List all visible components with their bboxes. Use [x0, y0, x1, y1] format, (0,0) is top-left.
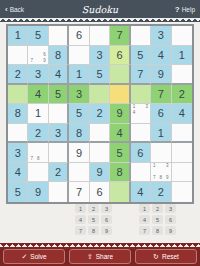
- page-title: Sudoku: [0, 4, 200, 15]
- solve-button[interactable]: ✓ Solve: [3, 249, 65, 264]
- cell-r9c1[interactable]: 5: [8, 182, 28, 202]
- cell-r9c7[interactable]: 4: [131, 182, 151, 202]
- cell-r1c9[interactable]: [172, 26, 192, 46]
- numpad-left-key-9[interactable]: 9: [101, 226, 112, 235]
- numpad-right-key-6[interactable]: 6: [165, 215, 176, 224]
- cell-r4c4[interactable]: 3: [69, 85, 89, 105]
- numpad-right-key-9[interactable]: 9: [165, 226, 176, 235]
- cell-r2c4[interactable]: [69, 46, 89, 66]
- cell-r5c4[interactable]: 5: [69, 104, 89, 124]
- numpad-right-key-4[interactable]: 4: [139, 215, 150, 224]
- cell-r1c8[interactable]: 3: [151, 26, 171, 46]
- help-label: Help: [182, 6, 195, 13]
- header-zigzag-edge: [0, 18, 200, 22]
- cell-r9c3[interactable]: [49, 182, 69, 202]
- cell-r7c5[interactable]: [90, 143, 110, 163]
- cell-r2c8[interactable]: 4: [151, 46, 171, 66]
- cell-r1c3[interactable]: [49, 26, 69, 46]
- numpad-right-key-2[interactable]: 2: [152, 204, 163, 213]
- cell-r9c5[interactable]: 6: [90, 182, 110, 202]
- pencil-marks: 679: [28, 46, 47, 65]
- cell-r5c8[interactable]: 6: [151, 104, 171, 124]
- cell-r3c4[interactable]: 1: [69, 65, 89, 85]
- numpad-right-key-7[interactable]: 7: [139, 226, 150, 235]
- cell-r7c9[interactable]: [172, 143, 192, 163]
- cell-r6c3[interactable]: 3: [49, 124, 69, 144]
- numpad-right: 123456789: [139, 204, 176, 235]
- numpad-right-key-8[interactable]: 8: [152, 226, 163, 235]
- cell-r4c3[interactable]: 5: [49, 85, 69, 105]
- cell-r5c3[interactable]: [49, 104, 69, 124]
- cell-r7c2[interactable]: 78: [28, 143, 48, 163]
- cell-r8c8[interactable]: 13789: [151, 163, 171, 183]
- cell-r5c7[interactable]: 134: [131, 104, 151, 124]
- cell-r6c7[interactable]: [131, 124, 151, 144]
- share-button[interactable]: ⇧ Share: [69, 249, 131, 264]
- cell-r6c6[interactable]: 4: [110, 124, 130, 144]
- reset-label: Reset: [162, 253, 179, 260]
- solve-label: Solve: [30, 253, 46, 260]
- cell-r6c9[interactable]: [172, 124, 192, 144]
- cell-r4c9[interactable]: 2: [172, 85, 192, 105]
- cell-r2c9[interactable]: 1: [172, 46, 192, 66]
- cell-r6c8[interactable]: 1: [151, 124, 171, 144]
- back-label: Back: [10, 6, 24, 13]
- cell-r2c3[interactable]: 8: [49, 46, 69, 66]
- cell-r1c1[interactable]: 1: [8, 26, 28, 46]
- cell-r6c4[interactable]: 8: [69, 124, 89, 144]
- help-icon: ?: [175, 5, 180, 14]
- sudoku-board: 1567367983654123415794537281529134642384…: [6, 24, 194, 204]
- cell-r1c7[interactable]: [131, 26, 151, 46]
- footer-bar: ✓ Solve ⇧ Share ↻ Reset: [0, 247, 200, 266]
- cell-r3c7[interactable]: 7: [131, 65, 151, 85]
- cell-r5c1[interactable]: 8: [8, 104, 28, 124]
- numpad-left-key-3[interactable]: 3: [101, 204, 112, 213]
- help-button[interactable]: ? Help: [175, 5, 195, 14]
- share-label: Share: [96, 253, 113, 260]
- cell-r1c4[interactable]: 6: [69, 26, 89, 46]
- numpad-left-key-2[interactable]: 2: [88, 204, 99, 213]
- cell-r4c2[interactable]: 4: [28, 85, 48, 105]
- cell-r8c6[interactable]: 8: [110, 163, 130, 183]
- cell-r4c7[interactable]: [131, 85, 151, 105]
- cell-r4c5[interactable]: [90, 85, 110, 105]
- back-chevron-icon: ‹: [5, 5, 8, 14]
- cell-r7c8[interactable]: [151, 143, 171, 163]
- cell-r3c5[interactable]: 5: [90, 65, 110, 85]
- cell-r9c2[interactable]: 9: [28, 182, 48, 202]
- numpad-left-key-7[interactable]: 7: [75, 226, 86, 235]
- cell-r7c4[interactable]: 9: [69, 143, 89, 163]
- numpad-left-key-4[interactable]: 4: [75, 215, 86, 224]
- numpad-right-key-1[interactable]: 1: [139, 204, 150, 213]
- cell-r4c1[interactable]: [8, 85, 28, 105]
- cell-r3c1[interactable]: 2: [8, 65, 28, 85]
- cell-r1c6[interactable]: 7: [110, 26, 130, 46]
- reset-button[interactable]: ↻ Reset: [135, 249, 197, 264]
- cell-r1c2[interactable]: 5: [28, 26, 48, 46]
- cell-r5c5[interactable]: 2: [90, 104, 110, 124]
- numpad-left-key-1[interactable]: 1: [75, 204, 86, 213]
- cell-r9c4[interactable]: 7: [69, 182, 89, 202]
- cell-r7c6[interactable]: 5: [110, 143, 130, 163]
- cell-r6c2[interactable]: 2: [28, 124, 48, 144]
- pencil-marks: 134: [131, 104, 150, 123]
- reset-icon: ↻: [153, 253, 159, 261]
- cell-r3c6[interactable]: [110, 65, 130, 85]
- numpad-right-key-3[interactable]: 3: [165, 204, 176, 213]
- cell-r8c1[interactable]: 4: [8, 163, 28, 183]
- cell-r8c7[interactable]: [131, 163, 151, 183]
- numpad-left-key-8[interactable]: 8: [88, 226, 99, 235]
- cell-r4c8[interactable]: 7: [151, 85, 171, 105]
- cell-r1c5[interactable]: [90, 26, 110, 46]
- cell-r2c1[interactable]: [8, 46, 28, 66]
- cell-r8c9[interactable]: [172, 163, 192, 183]
- cell-r2c6[interactable]: 6: [110, 46, 130, 66]
- cell-r8c3[interactable]: 2: [49, 163, 69, 183]
- cell-r7c1[interactable]: 3: [8, 143, 28, 163]
- cell-r5c2[interactable]: 1: [28, 104, 48, 124]
- cell-r8c2[interactable]: [28, 163, 48, 183]
- cell-r4c6[interactable]: [110, 85, 130, 105]
- cell-r8c5[interactable]: 9: [90, 163, 110, 183]
- cell-r5c6[interactable]: 9: [110, 104, 130, 124]
- cell-r2c5[interactable]: 3: [90, 46, 110, 66]
- solve-icon: ✓: [21, 253, 27, 261]
- cell-r6c5[interactable]: [90, 124, 110, 144]
- cell-r3c3[interactable]: 4: [49, 65, 69, 85]
- cell-r9c8[interactable]: 2: [151, 182, 171, 202]
- cell-r2c2[interactable]: 679: [28, 46, 48, 66]
- cell-r3c9[interactable]: [172, 65, 192, 85]
- cell-r3c2[interactable]: 3: [28, 65, 48, 85]
- cell-r6c1[interactable]: [8, 124, 28, 144]
- numpad-left-key-5[interactable]: 5: [88, 215, 99, 224]
- numpad-left-key-6[interactable]: 6: [101, 215, 112, 224]
- numpad-right-key-5[interactable]: 5: [152, 215, 163, 224]
- back-button[interactable]: ‹ Back: [5, 5, 24, 14]
- cell-r9c6[interactable]: [110, 182, 130, 202]
- numpad-left: 123456789: [75, 204, 112, 235]
- share-icon: ⇧: [87, 253, 93, 261]
- pencil-marks: 78: [28, 143, 47, 162]
- cell-r8c4[interactable]: [69, 163, 89, 183]
- cell-r2c7[interactable]: 5: [131, 46, 151, 66]
- pencil-marks: 13789: [151, 163, 170, 182]
- cell-r7c3[interactable]: [49, 143, 69, 163]
- header-bar: ‹ Back Sudoku ? Help: [0, 0, 200, 18]
- cell-r3c8[interactable]: 9: [151, 65, 171, 85]
- cell-r9c9[interactable]: [172, 182, 192, 202]
- cell-r7c7[interactable]: 6: [131, 143, 151, 163]
- cell-r5c9[interactable]: 4: [172, 104, 192, 124]
